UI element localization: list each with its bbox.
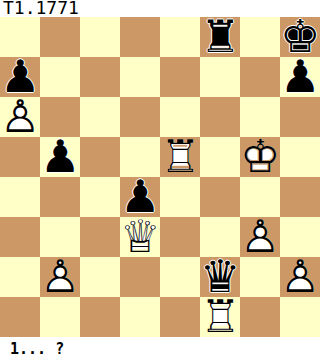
- square-e3[interactable]: [160, 217, 200, 257]
- square-c7[interactable]: [80, 57, 120, 97]
- square-c8[interactable]: [80, 17, 120, 57]
- square-e1[interactable]: [160, 297, 200, 337]
- square-h1[interactable]: [280, 297, 320, 337]
- piece-outline: ♙: [0, 97, 40, 137]
- square-c1[interactable]: [80, 297, 120, 337]
- piece-outline: ♙: [280, 257, 320, 297]
- square-f4[interactable]: [200, 177, 240, 217]
- piece-outline: ♙: [240, 217, 280, 257]
- square-e4[interactable]: [160, 177, 200, 217]
- square-f6[interactable]: [200, 97, 240, 137]
- square-c4[interactable]: [80, 177, 120, 217]
- square-b8[interactable]: [40, 17, 80, 57]
- square-g5[interactable]: ♚♔: [240, 137, 280, 177]
- piece-outline: ♖: [160, 137, 200, 177]
- piece-white-pawn[interactable]: ♟♙: [40, 257, 80, 297]
- square-f7[interactable]: [200, 57, 240, 97]
- square-f8[interactable]: ♜: [200, 17, 240, 57]
- square-h2[interactable]: ♟♙: [280, 257, 320, 297]
- square-a1[interactable]: [0, 297, 40, 337]
- square-d7[interactable]: [120, 57, 160, 97]
- square-b4[interactable]: [40, 177, 80, 217]
- piece-white-queen[interactable]: ♛♕: [120, 217, 160, 257]
- square-a4[interactable]: [0, 177, 40, 217]
- piece-white-pawn[interactable]: ♟♙: [280, 257, 320, 297]
- square-a5[interactable]: [0, 137, 40, 177]
- piece-white-pawn[interactable]: ♟♙: [0, 97, 40, 137]
- square-g7[interactable]: [240, 57, 280, 97]
- square-h7[interactable]: ♟: [280, 57, 320, 97]
- square-a3[interactable]: [0, 217, 40, 257]
- square-d1[interactable]: [120, 297, 160, 337]
- square-c3[interactable]: [80, 217, 120, 257]
- square-b2[interactable]: ♟♙: [40, 257, 80, 297]
- piece-black-pawn[interactable]: ♟: [40, 137, 80, 177]
- square-g1[interactable]: [240, 297, 280, 337]
- square-d6[interactable]: [120, 97, 160, 137]
- piece-outline: ♕: [120, 217, 160, 257]
- piece-outline: ♔: [240, 137, 280, 177]
- square-a2[interactable]: [0, 257, 40, 297]
- piece-black-rook[interactable]: ♜: [200, 17, 240, 57]
- square-e7[interactable]: [160, 57, 200, 97]
- square-f1[interactable]: ♜♖: [200, 297, 240, 337]
- square-b5[interactable]: ♟: [40, 137, 80, 177]
- piece-white-pawn[interactable]: ♟♙: [240, 217, 280, 257]
- square-b1[interactable]: [40, 297, 80, 337]
- piece-white-rook[interactable]: ♜♖: [160, 137, 200, 177]
- chess-board: ♜♚♟♟♟♙♟♜♖♚♔♟♛♕♟♙♟♙♛♟♙♜♖: [0, 17, 320, 337]
- square-e2[interactable]: [160, 257, 200, 297]
- square-d3[interactable]: ♛♕: [120, 217, 160, 257]
- square-c2[interactable]: [80, 257, 120, 297]
- square-g8[interactable]: [240, 17, 280, 57]
- square-g2[interactable]: [240, 257, 280, 297]
- square-a6[interactable]: ♟♙: [0, 97, 40, 137]
- piece-outline: ♙: [40, 257, 80, 297]
- square-h6[interactable]: [280, 97, 320, 137]
- piece-white-rook[interactable]: ♜♖: [200, 297, 240, 337]
- piece-black-pawn[interactable]: ♟: [280, 57, 320, 97]
- square-d2[interactable]: [120, 257, 160, 297]
- piece-outline: ♖: [200, 297, 240, 337]
- square-c5[interactable]: [80, 137, 120, 177]
- puzzle-id: T1.1771: [0, 0, 320, 17]
- square-g3[interactable]: ♟♙: [240, 217, 280, 257]
- square-d8[interactable]: [120, 17, 160, 57]
- square-h4[interactable]: [280, 177, 320, 217]
- piece-white-king[interactable]: ♚♔: [240, 137, 280, 177]
- square-f5[interactable]: [200, 137, 240, 177]
- square-b7[interactable]: [40, 57, 80, 97]
- chess-puzzle-app: T1.1771 ♜♚♟♟♟♙♟♜♖♚♔♟♛♕♟♙♟♙♛♟♙♜♖ 1... ?: [0, 0, 320, 360]
- square-e8[interactable]: [160, 17, 200, 57]
- square-c6[interactable]: [80, 97, 120, 137]
- square-h5[interactable]: [280, 137, 320, 177]
- square-e5[interactable]: ♜♖: [160, 137, 200, 177]
- move-prompt: 1... ?: [0, 337, 320, 360]
